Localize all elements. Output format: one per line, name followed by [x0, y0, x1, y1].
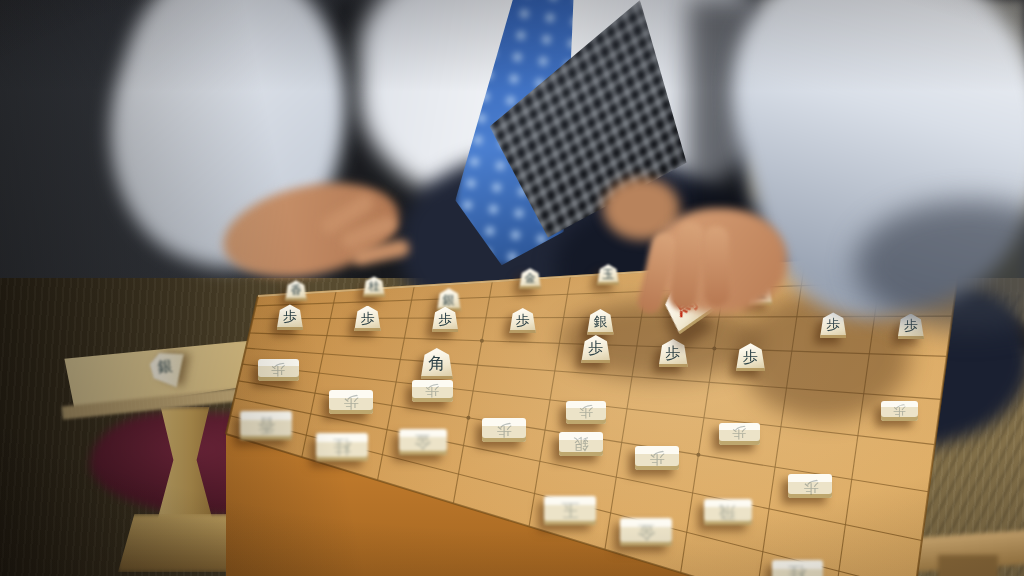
shogi-piece-銀-sente[interactable]: 銀 [559, 432, 603, 456]
shogi-piece-歩-gote[interactable]: 歩 [277, 304, 304, 330]
piece-kanji: 銀 [157, 357, 174, 377]
piece-face: 香 [285, 280, 307, 301]
piece-face: 歩 [881, 401, 918, 421]
piece-kanji: 歩 [649, 450, 665, 466]
shogi-piece-玉-gote[interactable]: 玉 [597, 264, 619, 285]
piece-kanji: 銀 [443, 294, 455, 306]
piece-face: 桂 [772, 560, 824, 576]
shogi-piece-桂-sente[interactable]: 桂 [772, 560, 824, 576]
piece-kanji: 金 [637, 523, 655, 541]
shogi-piece-金-sente[interactable]: 金 [620, 518, 672, 546]
piece-kanji: 桂 [788, 565, 806, 576]
piece-face: 歩 [820, 312, 847, 338]
piece-face: 歩 [277, 304, 304, 330]
shogi-piece-角-gote[interactable]: 角 [421, 348, 453, 379]
shogi-piece-歩-gote[interactable]: 歩 [432, 307, 459, 333]
shogi-piece-香-sente[interactable]: 香 [240, 411, 292, 439]
piece-kanji: 金 [524, 273, 535, 284]
shogi-piece-飛-sente[interactable]: 飛 [704, 499, 752, 525]
shogi-piece-銀-gote[interactable]: 銀 [587, 309, 614, 335]
piece-face: 歩 [736, 343, 765, 371]
shogi-piece-歩-sente[interactable]: 歩 [635, 446, 679, 470]
piece-face: 金 [620, 518, 672, 546]
shogi-piece-桂-gote[interactable]: 桂 [363, 276, 385, 297]
piece-kanji: 桂 [368, 281, 379, 292]
piece-kanji: 玉 [602, 269, 613, 280]
shogi-piece-歩-gote[interactable]: 歩 [659, 339, 688, 367]
piece-face: 歩 [482, 418, 526, 442]
shogi-piece-香-gote[interactable]: 香 [285, 280, 307, 301]
shogi-piece-歩-sente[interactable]: 歩 [258, 359, 298, 381]
piece-kanji: 角 [428, 355, 445, 372]
piece-face: 桂 [316, 433, 368, 461]
piece-face: 歩 [635, 446, 679, 470]
piece-face: 歩 [659, 339, 688, 367]
piece-face: 歩 [329, 390, 373, 414]
near-player-finger [703, 226, 729, 306]
piece-face: 玉 [544, 496, 596, 524]
piece-face: 玉 [597, 264, 619, 285]
shogi-piece-歩-sente[interactable]: 歩 [329, 390, 373, 414]
piece-face: 歩 [258, 359, 298, 381]
piece-kanji: 桂 [333, 438, 351, 456]
piece-face: 歩 [432, 307, 459, 333]
piece-face: 歩 [566, 401, 606, 423]
shogi-piece-桂-sente[interactable]: 桂 [316, 433, 368, 461]
piece-kanji: 歩 [826, 318, 840, 332]
shogi-piece-歩-gote[interactable]: 歩 [354, 306, 381, 332]
piece-kanji: 歩 [588, 341, 603, 356]
shogi-piece-歩-sente[interactable]: 歩 [482, 418, 526, 442]
piece-kanji: 銀 [593, 315, 607, 329]
shogi-piece-歩-sente[interactable]: 歩 [412, 380, 452, 402]
piece-face: 飛 [704, 499, 752, 525]
piece-face: 角 [421, 348, 453, 379]
piece-kanji: 香 [257, 416, 275, 434]
shogi-piece-歩-sente[interactable]: 歩 [719, 423, 759, 445]
piece-kanji: 歩 [666, 346, 681, 361]
shogi-piece-歩-sente[interactable]: 歩 [788, 474, 832, 498]
piece-kanji: 歩 [496, 422, 512, 438]
piece-face: 香 [240, 411, 292, 439]
shogi-piece-歩-sente[interactable]: 歩 [881, 401, 918, 421]
shogi-piece-歩-gote[interactable]: 歩 [581, 335, 610, 363]
shogi-piece-金-sente[interactable]: 金 [399, 429, 447, 455]
piece-face: 歩 [509, 308, 536, 334]
piece-face: 歩 [354, 306, 381, 332]
photo-scene: 銀 香桂金玉桂香銀飛金歩歩歩歩銀歩歩歩歩歩角歩歩歩歩歩歩歩銀歩歩金飛香桂玉金桂香… [0, 0, 1024, 576]
piece-kanji: 銀 [573, 436, 589, 452]
piece-kanji: 歩 [803, 479, 819, 495]
piece-face: 金 [519, 268, 541, 289]
piece-face: 歩 [719, 423, 759, 445]
piece-kanji: 歩 [893, 404, 906, 417]
piece-face: 歩 [788, 474, 832, 498]
piece-kanji: 金 [414, 433, 431, 450]
piece-face: 歩 [581, 335, 610, 363]
piece-kanji: 歩 [361, 312, 375, 326]
shogi-piece-歩-gote[interactable]: 歩 [736, 343, 765, 371]
piece-kanji: 歩 [516, 314, 530, 328]
piece-face: 金 [399, 429, 447, 455]
piece-face: 桂 [363, 276, 385, 297]
piece-kanji: 歩 [732, 426, 746, 440]
piece-kanji: 歩 [283, 310, 297, 324]
piece-kanji: 玉 [561, 501, 579, 519]
piece-kanji: 香 [290, 285, 301, 296]
piece-kanji: 歩 [438, 313, 452, 327]
piece-kanji: 飛 [719, 504, 736, 521]
piece-face: 銀 [559, 432, 603, 456]
piece-kanji: 歩 [271, 363, 285, 377]
shogi-piece-歩-sente[interactable]: 歩 [566, 401, 606, 423]
piece-face: 歩 [412, 380, 452, 402]
piece-kanji: 歩 [743, 350, 758, 365]
piece-face: 銀 [587, 309, 614, 335]
shogi-piece-歩-gote[interactable]: 歩 [820, 312, 847, 338]
piece-kanji: 歩 [579, 405, 593, 419]
shogi-piece-歩-gote[interactable]: 歩 [509, 308, 536, 334]
shogi-piece-金-gote[interactable]: 金 [519, 268, 541, 289]
piece-kanji: 歩 [425, 384, 439, 398]
shogi-piece-玉-sente[interactable]: 玉 [544, 496, 596, 524]
piece-kanji: 歩 [343, 394, 359, 410]
